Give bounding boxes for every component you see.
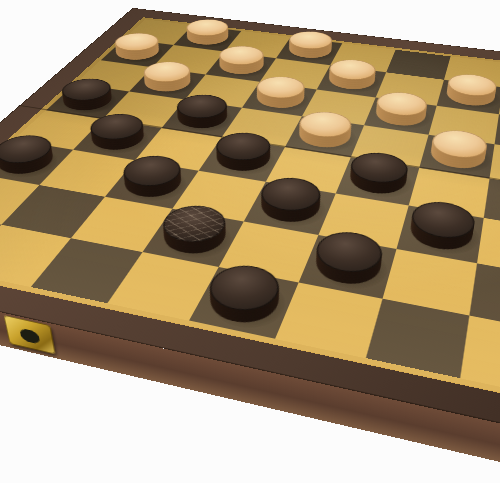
checker-piece-light[interactable] xyxy=(213,54,268,78)
folding-checkers-box xyxy=(0,8,500,449)
checker-piece-light[interactable] xyxy=(181,27,234,48)
board-square-r2c7[interactable] xyxy=(436,79,500,113)
checker-piece-dark[interactable] xyxy=(154,214,233,260)
checker-piece-dark[interactable] xyxy=(310,240,386,290)
checker-piece-dark[interactable] xyxy=(406,210,475,255)
board-square-r8c8[interactable] xyxy=(461,315,500,399)
checker-piece-dark[interactable] xyxy=(83,123,152,155)
checker-piece-light[interactable] xyxy=(251,85,309,112)
checker-piece-dark[interactable] xyxy=(209,141,276,176)
checker-piece-dark[interactable] xyxy=(202,274,287,330)
checker-piece-dark[interactable] xyxy=(345,161,410,198)
checker-piece-light[interactable] xyxy=(325,68,379,93)
checker-piece-dark[interactable] xyxy=(116,164,190,202)
brass-clasp-icon[interactable] xyxy=(3,314,56,354)
board-square-r6c7[interactable] xyxy=(396,205,484,263)
board-square-r6c1[interactable] xyxy=(0,139,73,184)
checker-piece-dark[interactable] xyxy=(170,103,233,132)
photo-canvas xyxy=(0,0,500,483)
board-scene xyxy=(0,0,500,483)
checker-piece-light[interactable] xyxy=(138,70,198,95)
checker-piece-light[interactable] xyxy=(284,40,336,62)
checker-piece-dark[interactable] xyxy=(254,186,325,227)
checker-piece-light[interactable] xyxy=(444,83,496,110)
checker-piece-light[interactable] xyxy=(294,120,355,152)
checker-piece-light[interactable] xyxy=(372,101,429,130)
checker-piece-light[interactable] xyxy=(427,139,486,173)
